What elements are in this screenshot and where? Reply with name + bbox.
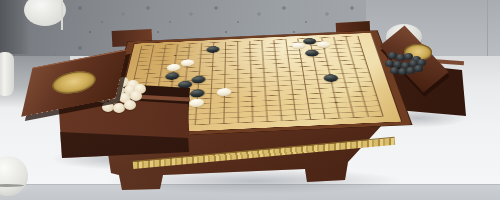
star-point [334, 102, 337, 103]
white-stone [217, 88, 232, 97]
lamp-pole [61, 0, 63, 30]
white-stone [167, 64, 182, 72]
star-point [249, 77, 252, 78]
star-point [170, 81, 173, 82]
star-point [322, 48, 325, 49]
black-stone [305, 49, 320, 56]
black-stone [191, 75, 206, 83]
star-point [174, 55, 177, 56]
white-stone [316, 41, 330, 48]
black-stone [206, 46, 219, 53]
white-tray-stone [124, 100, 136, 110]
white-stone [189, 99, 204, 108]
black-stone [165, 72, 180, 80]
white-stone [180, 59, 194, 67]
star-point [248, 52, 251, 53]
black-stone [323, 74, 339, 82]
black-stone [303, 38, 317, 45]
black-stone [190, 89, 205, 98]
star-point [250, 106, 253, 107]
white-cylinder-object [0, 52, 14, 96]
museum-goban-scene [0, 0, 500, 200]
black-tray-stone [414, 65, 423, 72]
white-stone [292, 42, 306, 49]
